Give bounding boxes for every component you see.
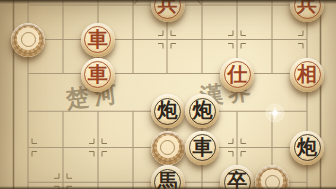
piece-hidden-facedown[interactable] <box>11 23 45 57</box>
piece-glyph: 相 <box>297 64 317 84</box>
piece-red-elephant[interactable]: 相 <box>290 58 324 92</box>
piece-glyph: 兵 <box>297 0 317 14</box>
piece-black-chariot[interactable]: 車 <box>185 131 219 165</box>
piece-glyph: 仕 <box>227 64 247 84</box>
piece-layer: 兵兵車車仕相炮炮車炮馬卒 <box>11 0 325 189</box>
piece-hidden-facedown[interactable] <box>151 131 185 165</box>
piece-black-horse[interactable]: 馬 <box>151 165 185 189</box>
piece-black-cannon[interactable]: 炮 <box>290 131 324 165</box>
piece-glyph: 炮 <box>158 100 178 120</box>
piece-glyph: 炮 <box>297 137 317 157</box>
piece-red-soldier[interactable]: 兵 <box>290 0 324 22</box>
piece-glyph: 卒 <box>227 171 247 189</box>
piece-black-soldier[interactable]: 卒 <box>220 165 254 189</box>
xiangqi-board[interactable]: 楚河 漢界 兵兵車車仕相炮炮車炮馬卒 <box>0 0 336 189</box>
piece-glyph: 馬 <box>158 171 178 189</box>
piece-hidden-facedown[interactable] <box>255 165 289 189</box>
hidden-piece-ring <box>21 32 36 47</box>
piece-red-chariot[interactable]: 車 <box>81 58 115 92</box>
hidden-piece-ring <box>160 140 175 155</box>
piece-glyph: 車 <box>88 29 108 49</box>
hidden-piece-ring <box>265 175 280 189</box>
piece-glyph: 兵 <box>158 0 178 14</box>
piece-black-cannon[interactable]: 炮 <box>151 94 185 128</box>
piece-red-advisor[interactable]: 仕 <box>220 58 254 92</box>
piece-glyph: 炮 <box>192 100 212 120</box>
piece-red-chariot[interactable]: 車 <box>81 23 115 57</box>
piece-glyph: 車 <box>88 64 108 84</box>
piece-black-cannon[interactable]: 炮 <box>185 94 219 128</box>
piece-glyph: 車 <box>192 137 212 157</box>
piece-red-soldier[interactable]: 兵 <box>151 0 185 22</box>
